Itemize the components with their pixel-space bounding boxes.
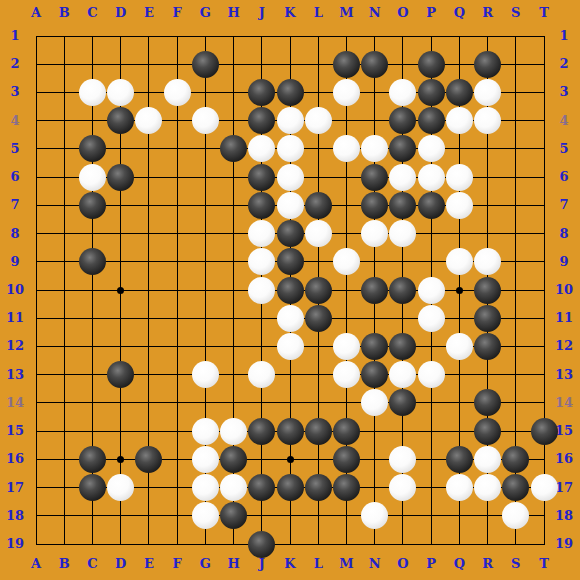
stone-white-K11 (277, 305, 304, 332)
grid-vline-T (544, 36, 545, 545)
stone-black-O4 (389, 107, 416, 134)
stone-white-H17 (220, 474, 247, 501)
stone-black-N12 (361, 333, 388, 360)
row-label-right-16: 16 (551, 451, 577, 467)
col-label-bottom-T: T (531, 556, 557, 572)
stone-white-C6 (79, 164, 106, 191)
col-label-top-G: G (192, 5, 218, 21)
stone-black-K8 (277, 220, 304, 247)
row-label-left-15: 15 (2, 423, 28, 439)
row-label-right-3: 3 (551, 84, 577, 100)
col-label-bottom-H: H (221, 556, 247, 572)
grid-hline-14 (36, 402, 545, 403)
row-label-right-5: 5 (551, 141, 577, 157)
stone-white-D3 (107, 79, 134, 106)
stone-white-G16 (192, 446, 219, 473)
stone-black-O7 (389, 192, 416, 219)
stone-black-K17 (277, 474, 304, 501)
stone-white-P10 (418, 277, 445, 304)
stone-black-S17 (502, 474, 529, 501)
row-label-left-13: 13 (2, 367, 28, 383)
stone-black-R15 (474, 418, 501, 445)
stone-white-K7 (277, 192, 304, 219)
stone-white-M13 (333, 361, 360, 388)
col-label-bottom-F: F (164, 556, 190, 572)
stone-white-R17 (474, 474, 501, 501)
stone-black-P7 (418, 192, 445, 219)
stone-white-K6 (277, 164, 304, 191)
stone-white-Q6 (446, 164, 473, 191)
stone-white-O17 (389, 474, 416, 501)
row-label-left-18: 18 (2, 508, 28, 524)
stone-white-J8 (248, 220, 275, 247)
row-label-right-12: 12 (551, 338, 577, 354)
row-label-right-14: 14 (551, 395, 577, 411)
grid-hline-18 (36, 515, 545, 516)
col-label-top-K: K (277, 5, 303, 21)
stone-black-E16 (135, 446, 162, 473)
stone-black-R2 (474, 51, 501, 78)
stone-black-Q16 (446, 446, 473, 473)
stone-black-G2 (192, 51, 219, 78)
stone-white-O8 (389, 220, 416, 247)
stone-black-C7 (79, 192, 106, 219)
stone-black-K9 (277, 248, 304, 275)
col-label-top-P: P (418, 5, 444, 21)
stone-white-O13 (389, 361, 416, 388)
col-label-bottom-P: P (418, 556, 444, 572)
stone-white-N14 (361, 389, 388, 416)
row-label-right-6: 6 (551, 169, 577, 185)
star-point-K16 (287, 456, 294, 463)
stone-white-O3 (389, 79, 416, 106)
stone-white-D17 (107, 474, 134, 501)
stone-white-Q4 (446, 107, 473, 134)
stone-black-K10 (277, 277, 304, 304)
stone-white-P5 (418, 135, 445, 162)
stone-black-Q3 (446, 79, 473, 106)
stone-white-J10 (248, 277, 275, 304)
stone-white-K12 (277, 333, 304, 360)
stone-black-H16 (220, 446, 247, 473)
row-label-right-4: 4 (551, 113, 577, 129)
row-label-right-11: 11 (551, 310, 577, 326)
stone-white-K4 (277, 107, 304, 134)
stone-black-M2 (333, 51, 360, 78)
row-label-right-1: 1 (551, 28, 577, 44)
stone-white-S18 (502, 502, 529, 529)
col-label-top-D: D (108, 5, 134, 21)
stone-black-N2 (361, 51, 388, 78)
row-label-right-19: 19 (551, 536, 577, 552)
col-label-bottom-B: B (51, 556, 77, 572)
col-label-bottom-A: A (23, 556, 49, 572)
stone-black-K15 (277, 418, 304, 445)
col-label-top-R: R (475, 5, 501, 21)
stone-black-K3 (277, 79, 304, 106)
stone-black-J17 (248, 474, 275, 501)
row-label-left-19: 19 (2, 536, 28, 552)
col-label-bottom-J: J (249, 556, 275, 572)
col-label-top-H: H (221, 5, 247, 21)
row-label-right-9: 9 (551, 254, 577, 270)
grid-vline-B (64, 36, 65, 545)
stone-white-R4 (474, 107, 501, 134)
col-label-bottom-O: O (390, 556, 416, 572)
stone-white-O6 (389, 164, 416, 191)
stone-black-R14 (474, 389, 501, 416)
stone-white-Q12 (446, 333, 473, 360)
col-label-top-Q: Q (446, 5, 472, 21)
stone-white-J5 (248, 135, 275, 162)
row-label-left-12: 12 (2, 338, 28, 354)
stone-black-L7 (305, 192, 332, 219)
col-label-top-L: L (305, 5, 331, 21)
col-label-top-S: S (503, 5, 529, 21)
grid-hline-1 (36, 36, 545, 37)
stone-white-Q7 (446, 192, 473, 219)
stone-black-L15 (305, 418, 332, 445)
stone-white-Q17 (446, 474, 473, 501)
stone-white-M9 (333, 248, 360, 275)
stone-black-C16 (79, 446, 106, 473)
col-label-bottom-M: M (333, 556, 359, 572)
col-label-bottom-C: C (79, 556, 105, 572)
col-label-bottom-Q: Q (446, 556, 472, 572)
col-label-bottom-S: S (503, 556, 529, 572)
stone-black-R12 (474, 333, 501, 360)
row-label-right-2: 2 (551, 56, 577, 72)
stone-white-N8 (361, 220, 388, 247)
stone-black-N10 (361, 277, 388, 304)
stone-black-D6 (107, 164, 134, 191)
col-label-top-M: M (333, 5, 359, 21)
stone-black-S16 (502, 446, 529, 473)
row-label-right-10: 10 (551, 282, 577, 298)
stone-black-L11 (305, 305, 332, 332)
star-point-D10 (117, 287, 124, 294)
stone-white-N18 (361, 502, 388, 529)
row-label-right-8: 8 (551, 226, 577, 242)
row-label-right-7: 7 (551, 197, 577, 213)
stone-white-L4 (305, 107, 332, 134)
stone-black-M17 (333, 474, 360, 501)
stone-white-N5 (361, 135, 388, 162)
row-label-left-3: 3 (2, 84, 28, 100)
stone-black-C17 (79, 474, 106, 501)
stone-white-O16 (389, 446, 416, 473)
stone-black-M16 (333, 446, 360, 473)
col-label-bottom-G: G (192, 556, 218, 572)
stone-black-J6 (248, 164, 275, 191)
row-label-left-1: 1 (2, 28, 28, 44)
row-label-left-5: 5 (2, 141, 28, 157)
stone-black-M15 (333, 418, 360, 445)
row-label-left-6: 6 (2, 169, 28, 185)
stone-black-O5 (389, 135, 416, 162)
stone-black-J15 (248, 418, 275, 445)
stone-white-R3 (474, 79, 501, 106)
col-label-bottom-R: R (475, 556, 501, 572)
col-label-top-F: F (164, 5, 190, 21)
stone-white-M12 (333, 333, 360, 360)
stone-white-R9 (474, 248, 501, 275)
stone-white-G4 (192, 107, 219, 134)
stone-black-J3 (248, 79, 275, 106)
row-label-right-18: 18 (551, 508, 577, 524)
stone-black-L10 (305, 277, 332, 304)
row-label-left-14: 14 (2, 395, 28, 411)
col-label-top-E: E (136, 5, 162, 21)
stone-black-O14 (389, 389, 416, 416)
col-label-bottom-L: L (305, 556, 331, 572)
stone-black-H18 (220, 502, 247, 529)
col-label-bottom-K: K (277, 556, 303, 572)
stone-white-G17 (192, 474, 219, 501)
col-label-top-A: A (23, 5, 49, 21)
stone-white-M5 (333, 135, 360, 162)
col-label-bottom-E: E (136, 556, 162, 572)
stone-black-T15 (531, 418, 558, 445)
row-label-left-11: 11 (2, 310, 28, 326)
stone-white-J13 (248, 361, 275, 388)
stone-black-J4 (248, 107, 275, 134)
stone-white-T17 (531, 474, 558, 501)
stone-black-N13 (361, 361, 388, 388)
stone-black-C5 (79, 135, 106, 162)
row-label-left-10: 10 (2, 282, 28, 298)
stone-black-D13 (107, 361, 134, 388)
stone-white-K5 (277, 135, 304, 162)
star-point-Q10 (456, 287, 463, 294)
stone-white-H15 (220, 418, 247, 445)
stone-black-R10 (474, 277, 501, 304)
stone-white-F3 (164, 79, 191, 106)
stone-white-J9 (248, 248, 275, 275)
stone-black-O12 (389, 333, 416, 360)
star-point-D16 (117, 456, 124, 463)
col-label-top-C: C (79, 5, 105, 21)
stone-black-R11 (474, 305, 501, 332)
stone-white-L8 (305, 220, 332, 247)
stone-white-R16 (474, 446, 501, 473)
go-board[interactable]: AABBCCDDEEFFGGHHJJKKLLMMNNOOPPQQRRSSTT11… (0, 0, 580, 580)
grid-hline-19 (36, 544, 545, 545)
grid-vline-F (177, 36, 178, 545)
stone-black-P3 (418, 79, 445, 106)
row-label-right-13: 13 (551, 367, 577, 383)
row-label-left-8: 8 (2, 226, 28, 242)
stone-white-C3 (79, 79, 106, 106)
stone-white-P11 (418, 305, 445, 332)
stone-white-P6 (418, 164, 445, 191)
col-label-top-O: O (390, 5, 416, 21)
stone-black-C9 (79, 248, 106, 275)
stone-black-L17 (305, 474, 332, 501)
stone-black-H5 (220, 135, 247, 162)
stone-black-J7 (248, 192, 275, 219)
stone-white-M3 (333, 79, 360, 106)
row-label-left-16: 16 (2, 451, 28, 467)
stone-black-P2 (418, 51, 445, 78)
stone-black-P4 (418, 107, 445, 134)
col-label-bottom-N: N (362, 556, 388, 572)
row-label-left-2: 2 (2, 56, 28, 72)
row-label-left-7: 7 (2, 197, 28, 213)
grid-hline-2 (36, 64, 545, 65)
stone-black-J19 (248, 531, 275, 558)
stone-white-G18 (192, 502, 219, 529)
col-label-top-T: T (531, 5, 557, 21)
stone-white-G13 (192, 361, 219, 388)
stone-white-E4 (135, 107, 162, 134)
col-label-top-N: N (362, 5, 388, 21)
stone-black-O10 (389, 277, 416, 304)
col-label-top-J: J (249, 5, 275, 21)
row-label-left-9: 9 (2, 254, 28, 270)
stone-white-P13 (418, 361, 445, 388)
col-label-bottom-D: D (108, 556, 134, 572)
stone-white-Q9 (446, 248, 473, 275)
col-label-top-B: B (51, 5, 77, 21)
grid-vline-A (36, 36, 37, 545)
stone-white-G15 (192, 418, 219, 445)
row-label-left-4: 4 (2, 113, 28, 129)
stone-black-N7 (361, 192, 388, 219)
row-label-left-17: 17 (2, 480, 28, 496)
stone-black-D4 (107, 107, 134, 134)
stone-black-N6 (361, 164, 388, 191)
